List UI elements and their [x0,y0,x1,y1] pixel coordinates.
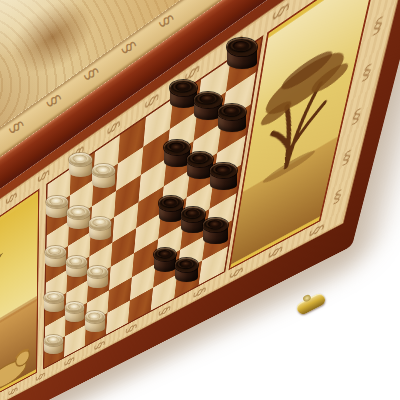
piece-top [187,152,213,167]
white-checker[interactable] [46,196,68,219]
piece-dome [73,209,84,216]
white-checker[interactable] [87,266,108,288]
dark-checker[interactable] [203,218,228,244]
white-checker[interactable] [44,292,64,312]
piece-dome [177,83,190,91]
dark-checker[interactable] [154,248,177,272]
piece-top [87,266,108,278]
piece-dome [95,219,106,226]
piece-dome [217,167,230,175]
dark-checker[interactable] [159,196,183,221]
dark-checker[interactable] [218,104,246,133]
white-checker[interactable] [85,311,105,332]
piece-dome [171,144,183,152]
white-checker[interactable] [67,206,89,229]
piece-top [67,206,89,219]
white-checker[interactable] [92,164,116,189]
dark-checker[interactable] [227,38,257,69]
white-checker[interactable] [66,256,87,278]
piece-dome [49,337,58,343]
piece-dome [50,248,60,254]
piece-dome [225,107,238,115]
piece-dome [210,221,222,228]
savanna-eagle-lion-art [0,191,38,400]
piece-dome [181,261,192,268]
dark-checker[interactable] [187,152,213,179]
dark-checker[interactable] [181,207,205,232]
scroll-ornament: § [157,12,177,30]
piece-dome [98,167,109,174]
piece-dome [187,210,199,217]
piece-dome [51,198,62,205]
piece-top [85,311,105,323]
piece-top [45,246,66,258]
white-checker[interactable] [89,217,111,240]
piece-top [66,256,87,268]
piece-top [175,258,198,271]
left-art-panel [0,189,39,400]
piece-top [227,38,257,55]
white-checker[interactable] [45,246,66,268]
piece-dome [194,155,206,163]
scroll-ornament: § [6,118,26,136]
scroll-ornament: § [44,92,64,110]
piece-top [89,217,111,230]
piece-dome [165,200,177,207]
piece-top [218,104,246,120]
scroll-ornament: § [119,39,139,57]
brass-latch-icon [295,292,327,316]
piece-dome [50,294,59,300]
white-checker[interactable] [44,335,63,354]
scroll-ornament: § [82,65,102,83]
piece-dome [90,314,100,320]
piece-top [159,196,183,210]
dark-checker[interactable] [175,258,198,282]
dark-checker[interactable] [164,140,190,167]
piece-top [181,207,205,221]
piece-dome [160,251,171,258]
piece-dome [92,268,102,274]
piece-dome [75,156,86,163]
piece-dome [234,42,248,51]
dark-checker[interactable] [210,163,236,190]
scroll-ornament: § [194,0,214,3]
piece-top [44,335,63,346]
white-checker[interactable] [65,302,85,323]
piece-dome [71,258,81,264]
piece-top [46,196,68,209]
piece-dome [70,304,80,310]
piece-dome [201,95,214,103]
scene: §§§§§§§§§§§§§§ §§§§§§§§§§§§§§§§§§§§§§§§§… [0,0,400,400]
white-checker[interactable] [69,153,92,177]
